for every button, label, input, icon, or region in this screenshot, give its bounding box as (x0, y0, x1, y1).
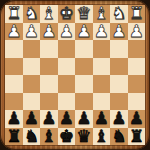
white-king[interactable]: ♚ (59, 5, 74, 22)
white-pawn[interactable]: ♟ (24, 22, 39, 39)
black-rook[interactable]: ♜ (129, 127, 144, 144)
white-bishop[interactable]: ♝ (94, 5, 109, 22)
square-f8[interactable]: ♝ (40, 128, 58, 146)
white-knight[interactable]: ♞ (111, 5, 126, 22)
black-pawn[interactable]: ♟ (94, 110, 109, 127)
square-a5[interactable] (128, 75, 146, 93)
square-g3[interactable] (23, 40, 41, 58)
square-c2[interactable]: ♟ (93, 23, 111, 41)
square-h3[interactable] (5, 40, 23, 58)
white-pawn[interactable]: ♟ (129, 22, 144, 39)
square-d4[interactable] (75, 58, 93, 76)
square-e2[interactable]: ♟ (58, 23, 76, 41)
square-g5[interactable] (23, 75, 41, 93)
square-b3[interactable] (110, 40, 128, 58)
square-a3[interactable] (128, 40, 146, 58)
black-pawn[interactable]: ♟ (24, 110, 39, 127)
square-d8[interactable]: ♛ (75, 128, 93, 146)
square-a2[interactable]: ♟ (128, 23, 146, 41)
white-rook[interactable]: ♜ (129, 5, 144, 22)
square-f2[interactable]: ♟ (40, 23, 58, 41)
square-d3[interactable] (75, 40, 93, 58)
black-pawn[interactable]: ♟ (76, 110, 91, 127)
square-b2[interactable]: ♟ (110, 23, 128, 41)
white-bishop[interactable]: ♝ (41, 5, 56, 22)
white-pawn[interactable]: ♟ (111, 22, 126, 39)
square-e4[interactable] (58, 58, 76, 76)
square-f4[interactable] (40, 58, 58, 76)
square-a8[interactable]: ♜ (128, 128, 146, 146)
white-pawn[interactable]: ♟ (59, 22, 74, 39)
chess-board: ♜♞♝♚♛♝♞♜♟♟♟♟♟♟♟♟♟♟♟♟♟♟♟♟♜♞♝♚♛♝♞♜ (5, 5, 145, 145)
square-c8[interactable]: ♝ (93, 128, 111, 146)
square-b4[interactable] (110, 58, 128, 76)
white-pawn[interactable]: ♟ (94, 22, 109, 39)
square-e3[interactable] (58, 40, 76, 58)
black-bishop[interactable]: ♝ (41, 127, 56, 144)
black-pawn[interactable]: ♟ (41, 110, 56, 127)
square-e8[interactable]: ♚ (58, 128, 76, 146)
square-g4[interactable] (23, 58, 41, 76)
white-rook[interactable]: ♜ (6, 5, 21, 22)
black-pawn[interactable]: ♟ (59, 110, 74, 127)
black-knight[interactable]: ♞ (24, 127, 39, 144)
white-pawn[interactable]: ♟ (76, 22, 91, 39)
square-g2[interactable]: ♟ (23, 23, 41, 41)
black-king[interactable]: ♚ (59, 127, 74, 144)
square-c4[interactable] (93, 58, 111, 76)
square-d5[interactable] (75, 75, 93, 93)
white-pawn[interactable]: ♟ (41, 22, 56, 39)
board-frame: ♜♞♝♚♛♝♞♜♟♟♟♟♟♟♟♟♟♟♟♟♟♟♟♟♜♞♝♚♛♝♞♜ (0, 0, 150, 150)
white-queen[interactable]: ♛ (76, 5, 91, 22)
black-knight[interactable]: ♞ (111, 127, 126, 144)
square-b8[interactable]: ♞ (110, 128, 128, 146)
black-bishop[interactable]: ♝ (94, 127, 109, 144)
square-h2[interactable]: ♟ (5, 23, 23, 41)
square-c3[interactable] (93, 40, 111, 58)
square-g8[interactable]: ♞ (23, 128, 41, 146)
black-pawn[interactable]: ♟ (111, 110, 126, 127)
app-background: ♜♞♝♚♛♝♞♜♟♟♟♟♟♟♟♟♟♟♟♟♟♟♟♟♜♞♝♚♛♝♞♜ (0, 0, 150, 150)
square-b5[interactable] (110, 75, 128, 93)
square-d2[interactable]: ♟ (75, 23, 93, 41)
black-queen[interactable]: ♛ (76, 127, 91, 144)
square-a4[interactable] (128, 58, 146, 76)
square-e5[interactable] (58, 75, 76, 93)
square-f3[interactable] (40, 40, 58, 58)
square-f5[interactable] (40, 75, 58, 93)
black-rook[interactable]: ♜ (6, 127, 21, 144)
square-h4[interactable] (5, 58, 23, 76)
black-pawn[interactable]: ♟ (6, 110, 21, 127)
square-h8[interactable]: ♜ (5, 128, 23, 146)
square-c5[interactable] (93, 75, 111, 93)
black-pawn[interactable]: ♟ (129, 110, 144, 127)
square-h5[interactable] (5, 75, 23, 93)
white-knight[interactable]: ♞ (24, 5, 39, 22)
white-pawn[interactable]: ♟ (6, 22, 21, 39)
